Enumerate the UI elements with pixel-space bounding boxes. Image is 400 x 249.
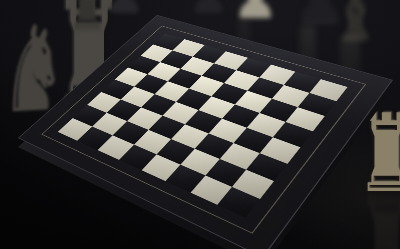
brass-rook-reflection: ♜ [356, 179, 400, 249]
offboard-silver-pawn-piece: ♟ [232, 0, 279, 26]
table-scene: ♞ ♜ ♜ ♟ ♟ ♟ ♟ ♝ ♜ ♜ [0, 0, 400, 249]
offboard-pawn-piece: ♟ [188, 0, 229, 20]
offboard-rook-back-piece: ♜ [67, 0, 107, 38]
offboard-pawn-piece: ♟ [104, 0, 145, 20]
offboard-bishop-piece: ♝ [332, 0, 381, 48]
